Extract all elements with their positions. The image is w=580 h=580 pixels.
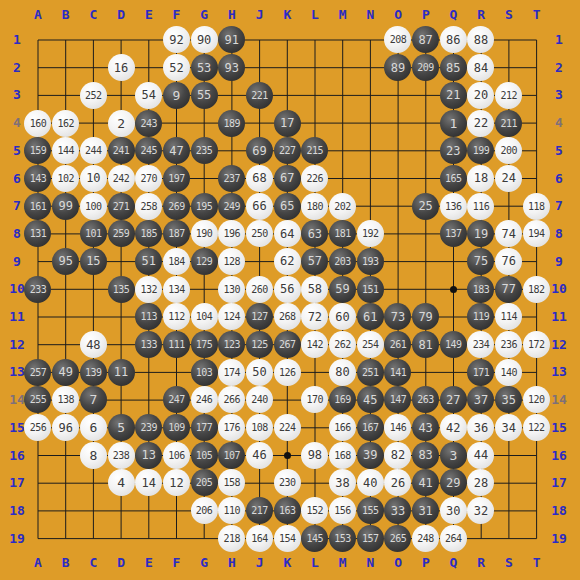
- column-label-top-R: R: [466, 7, 496, 23]
- black-stone-O11[interactable]: 73: [384, 303, 411, 330]
- column-label-top-C: C: [78, 7, 108, 23]
- black-stone-H16[interactable]: 107: [218, 442, 245, 469]
- black-stone-K5[interactable]: 227: [274, 137, 301, 164]
- black-stone-H4[interactable]: 189: [218, 110, 245, 137]
- column-label-bottom-T: T: [522, 555, 552, 571]
- black-stone-R11[interactable]: 119: [467, 303, 494, 330]
- black-stone-K18[interactable]: 163: [274, 497, 301, 524]
- black-stone-E15[interactable]: 239: [135, 414, 162, 441]
- black-stone-L5[interactable]: 215: [301, 137, 328, 164]
- white-stone-L7[interactable]: 180: [301, 193, 328, 220]
- white-stone-T14[interactable]: 120: [523, 386, 550, 413]
- column-label-bottom-B: B: [51, 555, 81, 571]
- white-stone-M16[interactable]: 168: [329, 442, 356, 469]
- white-stone-R2[interactable]: 84: [467, 54, 494, 81]
- column-label-bottom-M: M: [328, 555, 358, 571]
- white-stone-N17[interactable]: 40: [357, 469, 384, 496]
- black-stone-O12[interactable]: 261: [384, 331, 411, 358]
- white-stone-J16[interactable]: 46: [246, 442, 273, 469]
- black-stone-H12[interactable]: 123: [218, 331, 245, 358]
- column-label-top-K: K: [272, 7, 302, 23]
- black-stone-N19[interactable]: 157: [357, 525, 384, 552]
- white-stone-T8[interactable]: 194: [523, 220, 550, 247]
- black-stone-E12[interactable]: 133: [135, 331, 162, 358]
- black-stone-H2[interactable]: 93: [218, 54, 245, 81]
- black-stone-N11[interactable]: 61: [357, 303, 384, 330]
- black-stone-A10[interactable]: 233: [24, 276, 51, 303]
- white-stone-R18[interactable]: 32: [467, 497, 494, 524]
- black-stone-M14[interactable]: 169: [329, 386, 356, 413]
- column-label-top-M: M: [328, 7, 358, 23]
- black-stone-C9[interactable]: 15: [80, 248, 107, 275]
- white-stone-H14[interactable]: 266: [218, 386, 245, 413]
- column-label-bottom-H: H: [217, 555, 247, 571]
- white-stone-F2[interactable]: 52: [163, 54, 190, 81]
- column-label-bottom-E: E: [134, 555, 164, 571]
- black-stone-K4[interactable]: 17: [274, 110, 301, 137]
- white-stone-R16[interactable]: 44: [467, 442, 494, 469]
- column-label-bottom-D: D: [106, 555, 136, 571]
- white-stone-G18[interactable]: 206: [191, 497, 218, 524]
- black-stone-G12[interactable]: 175: [191, 331, 218, 358]
- black-stone-D13[interactable]: 11: [108, 359, 135, 386]
- black-stone-Q2[interactable]: 85: [440, 54, 467, 81]
- column-label-bottom-S: S: [494, 555, 524, 571]
- black-stone-G9[interactable]: 129: [191, 248, 218, 275]
- black-stone-A14[interactable]: 255: [24, 386, 51, 413]
- white-stone-F9[interactable]: 184: [163, 248, 190, 275]
- black-stone-P11[interactable]: 79: [412, 303, 439, 330]
- black-stone-R13[interactable]: 171: [467, 359, 494, 386]
- white-stone-J13[interactable]: 50: [246, 359, 273, 386]
- black-stone-D10[interactable]: 135: [108, 276, 135, 303]
- white-stone-Q1[interactable]: 86: [440, 26, 467, 53]
- column-label-top-O: O: [383, 7, 413, 23]
- black-stone-A6[interactable]: 143: [24, 165, 51, 192]
- black-stone-S10[interactable]: 77: [495, 276, 522, 303]
- white-stone-D16[interactable]: 238: [108, 442, 135, 469]
- black-stone-E4[interactable]: 243: [135, 110, 162, 137]
- black-stone-P14[interactable]: 263: [412, 386, 439, 413]
- black-stone-Q17[interactable]: 29: [440, 469, 467, 496]
- white-stone-R17[interactable]: 28: [467, 469, 494, 496]
- black-stone-A8[interactable]: 131: [24, 220, 51, 247]
- black-stone-E8[interactable]: 185: [135, 220, 162, 247]
- black-stone-S4[interactable]: 211: [495, 110, 522, 137]
- white-stone-R12[interactable]: 234: [467, 331, 494, 358]
- column-label-top-F: F: [162, 7, 192, 23]
- black-stone-P16[interactable]: 83: [412, 442, 439, 469]
- black-stone-P2[interactable]: 209: [412, 54, 439, 81]
- black-stone-S14[interactable]: 35: [495, 386, 522, 413]
- white-stone-E6[interactable]: 270: [135, 165, 162, 192]
- black-stone-Q14[interactable]: 27: [440, 386, 467, 413]
- black-stone-F12[interactable]: 111: [163, 331, 190, 358]
- black-stone-P18[interactable]: 31: [412, 497, 439, 524]
- go-board[interactable]: AABBCCDDEEFFGGHHJJKKLLMMNNOOPPQQRRSSTT11…: [0, 0, 580, 580]
- black-stone-R9[interactable]: 75: [467, 248, 494, 275]
- white-stone-G1[interactable]: 90: [191, 26, 218, 53]
- black-stone-D5[interactable]: 241: [108, 137, 135, 164]
- white-stone-D6[interactable]: 242: [108, 165, 135, 192]
- black-stone-M10[interactable]: 59: [329, 276, 356, 303]
- column-label-bottom-L: L: [300, 555, 330, 571]
- white-stone-B15[interactable]: 96: [52, 414, 79, 441]
- black-stone-G7[interactable]: 195: [191, 193, 218, 220]
- column-label-top-G: G: [189, 7, 219, 23]
- white-stone-K19[interactable]: 154: [274, 525, 301, 552]
- black-stone-L19[interactable]: 145: [301, 525, 328, 552]
- white-stone-J10[interactable]: 260: [246, 276, 273, 303]
- white-stone-T15[interactable]: 122: [523, 414, 550, 441]
- column-label-top-P: P: [411, 7, 441, 23]
- white-stone-M7[interactable]: 202: [329, 193, 356, 220]
- white-stone-D4[interactable]: 2: [108, 110, 135, 137]
- column-label-bottom-O: O: [383, 555, 413, 571]
- white-stone-R4[interactable]: 22: [467, 110, 494, 137]
- white-stone-K11[interactable]: 268: [274, 303, 301, 330]
- column-label-top-A: A: [23, 7, 53, 23]
- black-stone-G5[interactable]: 235: [191, 137, 218, 164]
- white-stone-H11[interactable]: 124: [218, 303, 245, 330]
- white-stone-B14[interactable]: 138: [52, 386, 79, 413]
- black-stone-H7[interactable]: 249: [218, 193, 245, 220]
- black-stone-A7[interactable]: 161: [24, 193, 51, 220]
- column-label-top-T: T: [522, 7, 552, 23]
- white-stone-M18[interactable]: 156: [329, 497, 356, 524]
- white-stone-K15[interactable]: 224: [274, 414, 301, 441]
- black-stone-O13[interactable]: 141: [384, 359, 411, 386]
- white-stone-C6[interactable]: 10: [80, 165, 107, 192]
- black-stone-C13[interactable]: 139: [80, 359, 107, 386]
- black-stone-P15[interactable]: 43: [412, 414, 439, 441]
- column-label-bottom-F: F: [162, 555, 192, 571]
- white-stone-N12[interactable]: 254: [357, 331, 384, 358]
- column-label-bottom-A: A: [23, 555, 53, 571]
- black-stone-A13[interactable]: 257: [24, 359, 51, 386]
- black-stone-Q5[interactable]: 23: [440, 137, 467, 164]
- column-label-top-L: L: [300, 7, 330, 23]
- black-stone-Q6[interactable]: 165: [440, 165, 467, 192]
- white-stone-Q7[interactable]: 136: [440, 193, 467, 220]
- white-stone-G14[interactable]: 246: [191, 386, 218, 413]
- black-stone-J12[interactable]: 125: [246, 331, 273, 358]
- black-stone-N10[interactable]: 151: [357, 276, 384, 303]
- column-label-bottom-J: J: [245, 555, 275, 571]
- white-stone-N8[interactable]: 192: [357, 220, 384, 247]
- white-stone-E7[interactable]: 258: [135, 193, 162, 220]
- column-label-top-Q: Q: [439, 7, 469, 23]
- white-stone-H15[interactable]: 176: [218, 414, 245, 441]
- column-label-bottom-N: N: [355, 555, 385, 571]
- black-stone-Q8[interactable]: 137: [440, 220, 467, 247]
- white-stone-B4[interactable]: 162: [52, 110, 79, 137]
- black-stone-E9[interactable]: 51: [135, 248, 162, 275]
- white-stone-D2[interactable]: 16: [108, 54, 135, 81]
- white-stone-L16[interactable]: 98: [301, 442, 328, 469]
- black-stone-R10[interactable]: 183: [467, 276, 494, 303]
- white-stone-B5[interactable]: 144: [52, 137, 79, 164]
- column-label-bottom-K: K: [272, 555, 302, 571]
- black-stone-L8[interactable]: 63: [301, 220, 328, 247]
- white-stone-G11[interactable]: 104: [191, 303, 218, 330]
- white-stone-B6[interactable]: 102: [52, 165, 79, 192]
- black-stone-C8[interactable]: 101: [80, 220, 107, 247]
- white-stone-H13[interactable]: 174: [218, 359, 245, 386]
- black-stone-G17[interactable]: 205: [191, 469, 218, 496]
- white-stone-H10[interactable]: 130: [218, 276, 245, 303]
- black-stone-D8[interactable]: 259: [108, 220, 135, 247]
- white-stone-A15[interactable]: 256: [24, 414, 51, 441]
- black-stone-C14[interactable]: 7: [80, 386, 107, 413]
- white-stone-L18[interactable]: 152: [301, 497, 328, 524]
- white-stone-C12[interactable]: 48: [80, 331, 107, 358]
- white-stone-A4[interactable]: 160: [24, 110, 51, 137]
- white-stone-T7[interactable]: 118: [523, 193, 550, 220]
- white-stone-R7[interactable]: 116: [467, 193, 494, 220]
- white-stone-Q18[interactable]: 30: [440, 497, 467, 524]
- black-stone-H6[interactable]: 237: [218, 165, 245, 192]
- black-stone-G3[interactable]: 55: [191, 82, 218, 109]
- white-stone-S6[interactable]: 24: [495, 165, 522, 192]
- black-stone-K7[interactable]: 65: [274, 193, 301, 220]
- black-stone-P1[interactable]: 87: [412, 26, 439, 53]
- black-stone-N14[interactable]: 45: [357, 386, 384, 413]
- black-stone-F15[interactable]: 109: [163, 414, 190, 441]
- black-stone-O2[interactable]: 89: [384, 54, 411, 81]
- black-stone-L9[interactable]: 57: [301, 248, 328, 275]
- white-stone-L11[interactable]: 72: [301, 303, 328, 330]
- white-stone-Q19[interactable]: 264: [440, 525, 467, 552]
- white-stone-S9[interactable]: 76: [495, 248, 522, 275]
- white-stone-K9[interactable]: 62: [274, 248, 301, 275]
- white-stone-M11[interactable]: 60: [329, 303, 356, 330]
- black-stone-F8[interactable]: 187: [163, 220, 190, 247]
- black-stone-N15[interactable]: 167: [357, 414, 384, 441]
- black-stone-H1[interactable]: 91: [218, 26, 245, 53]
- black-stone-K12[interactable]: 267: [274, 331, 301, 358]
- black-stone-Q12[interactable]: 149: [440, 331, 467, 358]
- white-stone-R1[interactable]: 88: [467, 26, 494, 53]
- white-stone-C5[interactable]: 244: [80, 137, 107, 164]
- black-stone-J5[interactable]: 69: [246, 137, 273, 164]
- white-stone-S3[interactable]: 212: [495, 82, 522, 109]
- white-stone-T12[interactable]: 172: [523, 331, 550, 358]
- black-stone-Q3[interactable]: 21: [440, 82, 467, 109]
- black-stone-D15[interactable]: 5: [108, 414, 135, 441]
- black-stone-O14[interactable]: 147: [384, 386, 411, 413]
- white-stone-M15[interactable]: 166: [329, 414, 356, 441]
- black-stone-O19[interactable]: 265: [384, 525, 411, 552]
- column-label-bottom-G: G: [189, 555, 219, 571]
- black-stone-G16[interactable]: 105: [191, 442, 218, 469]
- black-stone-R14[interactable]: 37: [467, 386, 494, 413]
- white-stone-T10[interactable]: 182: [523, 276, 550, 303]
- white-stone-E17[interactable]: 14: [135, 469, 162, 496]
- column-label-top-E: E: [134, 7, 164, 23]
- white-stone-K13[interactable]: 126: [274, 359, 301, 386]
- black-stone-N16[interactable]: 39: [357, 442, 384, 469]
- white-stone-S15[interactable]: 34: [495, 414, 522, 441]
- white-stone-R15[interactable]: 36: [467, 414, 494, 441]
- star-point-K16: [273, 441, 301, 469]
- white-stone-J7[interactable]: 66: [246, 193, 273, 220]
- white-stone-M13[interactable]: 80: [329, 359, 356, 386]
- black-stone-E5[interactable]: 245: [135, 137, 162, 164]
- column-label-bottom-Q: Q: [439, 555, 469, 571]
- white-stone-H9[interactable]: 128: [218, 248, 245, 275]
- white-stone-F17[interactable]: 12: [163, 469, 190, 496]
- white-stone-C15[interactable]: 6: [80, 414, 107, 441]
- black-stone-F3[interactable]: 9: [163, 82, 190, 109]
- white-stone-M12[interactable]: 262: [329, 331, 356, 358]
- black-stone-B13[interactable]: 49: [52, 359, 79, 386]
- white-stone-K10[interactable]: 56: [274, 276, 301, 303]
- column-label-top-H: H: [217, 7, 247, 23]
- white-stone-R6[interactable]: 18: [467, 165, 494, 192]
- white-stone-L14[interactable]: 170: [301, 386, 328, 413]
- white-stone-H17[interactable]: 158: [218, 469, 245, 496]
- white-stone-P19[interactable]: 248: [412, 525, 439, 552]
- white-stone-F10[interactable]: 134: [163, 276, 190, 303]
- black-stone-O18[interactable]: 33: [384, 497, 411, 524]
- hoshi-dot: [450, 286, 457, 293]
- white-stone-D17[interactable]: 4: [108, 469, 135, 496]
- black-stone-E16[interactable]: 13: [135, 442, 162, 469]
- black-stone-F6[interactable]: 197: [163, 165, 190, 192]
- white-stone-L12[interactable]: 142: [301, 331, 328, 358]
- black-stone-G2[interactable]: 53: [191, 54, 218, 81]
- white-stone-S8[interactable]: 74: [495, 220, 522, 247]
- white-stone-J19[interactable]: 164: [246, 525, 273, 552]
- white-stone-J15[interactable]: 108: [246, 414, 273, 441]
- white-stone-C16[interactable]: 8: [80, 442, 107, 469]
- white-stone-O15[interactable]: 146: [384, 414, 411, 441]
- column-label-bottom-R: R: [466, 555, 496, 571]
- white-stone-H18[interactable]: 110: [218, 497, 245, 524]
- black-stone-P7[interactable]: 25: [412, 193, 439, 220]
- white-stone-M17[interactable]: 38: [329, 469, 356, 496]
- column-label-top-B: B: [51, 7, 81, 23]
- white-stone-O17[interactable]: 26: [384, 469, 411, 496]
- black-stone-Q4[interactable]: 1: [440, 110, 467, 137]
- white-stone-J6[interactable]: 68: [246, 165, 273, 192]
- black-stone-B9[interactable]: 95: [52, 248, 79, 275]
- white-stone-K17[interactable]: 230: [274, 469, 301, 496]
- black-stone-A5[interactable]: 159: [24, 137, 51, 164]
- star-point-Q10: [439, 275, 467, 303]
- hoshi-dot: [284, 452, 291, 459]
- white-stone-O16[interactable]: 82: [384, 442, 411, 469]
- column-label-top-N: N: [355, 7, 385, 23]
- white-stone-O1[interactable]: 208: [384, 26, 411, 53]
- black-stone-J11[interactable]: 127: [246, 303, 273, 330]
- white-stone-L6[interactable]: 226: [301, 165, 328, 192]
- black-stone-N13[interactable]: 251: [357, 359, 384, 386]
- black-stone-P12[interactable]: 81: [412, 331, 439, 358]
- black-stone-G13[interactable]: 103: [191, 359, 218, 386]
- black-stone-D7[interactable]: 271: [108, 193, 135, 220]
- black-stone-F5[interactable]: 47: [163, 137, 190, 164]
- white-stone-S5[interactable]: 200: [495, 137, 522, 164]
- white-stone-S13[interactable]: 140: [495, 359, 522, 386]
- white-stone-L10[interactable]: 58: [301, 276, 328, 303]
- white-stone-R3[interactable]: 20: [467, 82, 494, 109]
- black-stone-N18[interactable]: 155: [357, 497, 384, 524]
- black-stone-M19[interactable]: 153: [329, 525, 356, 552]
- white-stone-C7[interactable]: 100: [80, 193, 107, 220]
- black-stone-R5[interactable]: 199: [467, 137, 494, 164]
- white-stone-J14[interactable]: 240: [246, 386, 273, 413]
- column-label-top-J: J: [245, 7, 275, 23]
- column-label-bottom-C: C: [78, 555, 108, 571]
- white-stone-H8[interactable]: 196: [218, 220, 245, 247]
- white-stone-K8[interactable]: 64: [274, 220, 301, 247]
- white-stone-G8[interactable]: 190: [191, 220, 218, 247]
- white-stone-S12[interactable]: 236: [495, 331, 522, 358]
- black-stone-J18[interactable]: 217: [246, 497, 273, 524]
- white-stone-H19[interactable]: 218: [218, 525, 245, 552]
- black-stone-Q16[interactable]: 3: [440, 442, 467, 469]
- black-stone-N9[interactable]: 193: [357, 248, 384, 275]
- white-stone-Q15[interactable]: 42: [440, 414, 467, 441]
- white-stone-F11[interactable]: 112: [163, 303, 190, 330]
- white-stone-E10[interactable]: 132: [135, 276, 162, 303]
- black-stone-F7[interactable]: 269: [163, 193, 190, 220]
- black-stone-R8[interactable]: 19: [467, 220, 494, 247]
- black-stone-F14[interactable]: 247: [163, 386, 190, 413]
- black-stone-K6[interactable]: 67: [274, 165, 301, 192]
- column-label-top-S: S: [494, 7, 524, 23]
- black-stone-J3[interactable]: 221: [246, 82, 273, 109]
- white-stone-C3[interactable]: 252: [80, 82, 107, 109]
- black-stone-M8[interactable]: 181: [329, 220, 356, 247]
- black-stone-B7[interactable]: 99: [52, 193, 79, 220]
- black-stone-E11[interactable]: 113: [135, 303, 162, 330]
- white-stone-J8[interactable]: 250: [246, 220, 273, 247]
- column-label-top-D: D: [106, 7, 136, 23]
- black-stone-M9[interactable]: 203: [329, 248, 356, 275]
- board-grid: 9290912088786881652539389209858425254955…: [24, 26, 550, 552]
- column-label-bottom-P: P: [411, 555, 441, 571]
- white-stone-F16[interactable]: 106: [163, 442, 190, 469]
- black-stone-G15[interactable]: 177: [191, 414, 218, 441]
- black-stone-P17[interactable]: 41: [412, 469, 439, 496]
- white-stone-E3[interactable]: 54: [135, 82, 162, 109]
- white-stone-F1[interactable]: 92: [163, 26, 190, 53]
- white-stone-S11[interactable]: 114: [495, 303, 522, 330]
